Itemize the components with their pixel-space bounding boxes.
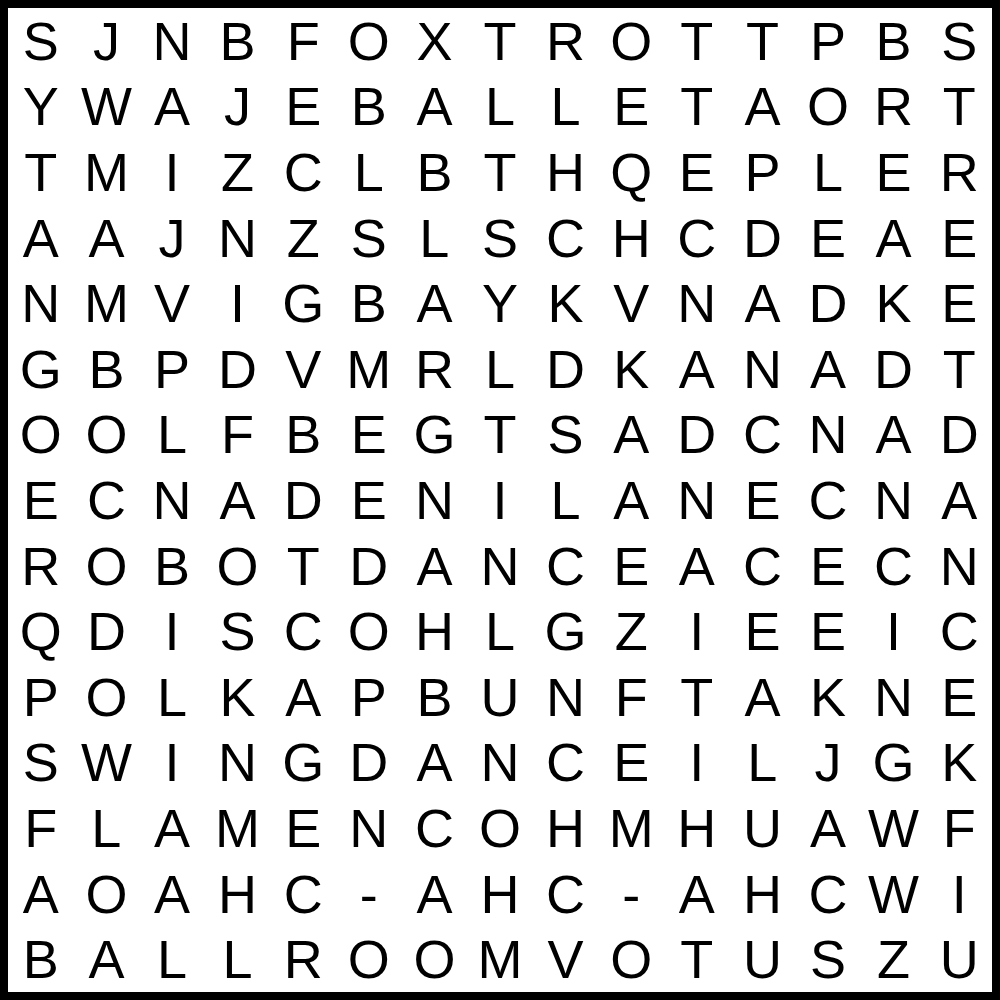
grid-cell[interactable]: T: [664, 8, 730, 74]
grid-cell[interactable]: D: [270, 467, 336, 533]
grid-cell[interactable]: I: [664, 598, 730, 664]
grid-cell[interactable]: C: [861, 533, 927, 599]
grid-cell[interactable]: O: [402, 926, 468, 992]
grid-cell[interactable]: A: [139, 795, 205, 861]
grid-cell[interactable]: C: [795, 861, 861, 927]
grid-cell[interactable]: E: [926, 205, 992, 271]
grid-cell[interactable]: A: [664, 533, 730, 599]
grid-cell[interactable]: E: [730, 467, 796, 533]
grid-cell[interactable]: B: [336, 74, 402, 140]
grid-cell[interactable]: E: [926, 270, 992, 336]
grid-cell[interactable]: E: [336, 402, 402, 468]
grid-cell[interactable]: C: [74, 467, 140, 533]
grid-cell[interactable]: F: [270, 8, 336, 74]
grid-cell[interactable]: M: [336, 336, 402, 402]
grid-cell[interactable]: B: [336, 270, 402, 336]
grid-cell[interactable]: H: [730, 861, 796, 927]
grid-cell[interactable]: L: [467, 598, 533, 664]
grid-cell[interactable]: E: [598, 730, 664, 796]
grid-cell[interactable]: A: [795, 795, 861, 861]
grid-cell[interactable]: W: [861, 861, 927, 927]
grid-cell[interactable]: V: [533, 926, 599, 992]
grid-cell[interactable]: L: [139, 926, 205, 992]
grid-cell[interactable]: C: [270, 861, 336, 927]
grid-cell[interactable]: T: [467, 8, 533, 74]
grid-cell[interactable]: E: [730, 598, 796, 664]
grid-cell[interactable]: A: [664, 861, 730, 927]
grid-cell[interactable]: V: [270, 336, 336, 402]
grid-cell[interactable]: L: [139, 664, 205, 730]
grid-cell[interactable]: I: [139, 598, 205, 664]
grid-cell[interactable]: B: [205, 8, 271, 74]
grid-cell[interactable]: O: [467, 795, 533, 861]
grid-cell[interactable]: O: [8, 402, 74, 468]
grid-cell[interactable]: O: [336, 8, 402, 74]
grid-cell[interactable]: S: [336, 205, 402, 271]
grid-cell[interactable]: S: [533, 402, 599, 468]
grid-cell[interactable]: A: [861, 205, 927, 271]
grid-cell[interactable]: M: [74, 270, 140, 336]
grid-cell[interactable]: Z: [270, 205, 336, 271]
grid-cell[interactable]: U: [730, 795, 796, 861]
grid-cell[interactable]: A: [598, 467, 664, 533]
grid-cell[interactable]: N: [402, 467, 468, 533]
grid-cell[interactable]: N: [730, 336, 796, 402]
grid-cell[interactable]: A: [139, 861, 205, 927]
grid-cell[interactable]: T: [664, 664, 730, 730]
grid-cell[interactable]: A: [861, 402, 927, 468]
grid-cell[interactable]: A: [205, 467, 271, 533]
grid-cell[interactable]: D: [926, 402, 992, 468]
grid-cell[interactable]: I: [205, 270, 271, 336]
grid-cell[interactable]: O: [74, 861, 140, 927]
grid-cell[interactable]: Y: [467, 270, 533, 336]
grid-cell[interactable]: L: [533, 467, 599, 533]
grid-cell[interactable]: K: [861, 270, 927, 336]
grid-cell[interactable]: A: [8, 861, 74, 927]
grid-cell[interactable]: I: [926, 861, 992, 927]
grid-cell[interactable]: U: [730, 926, 796, 992]
grid-cell[interactable]: F: [926, 795, 992, 861]
grid-cell[interactable]: O: [795, 74, 861, 140]
grid-cell[interactable]: A: [270, 664, 336, 730]
grid-cell[interactable]: X: [402, 8, 468, 74]
grid-cell[interactable]: I: [139, 730, 205, 796]
grid-cell[interactable]: T: [664, 74, 730, 140]
grid-cell[interactable]: M: [598, 795, 664, 861]
grid-cell[interactable]: G: [533, 598, 599, 664]
grid-cell[interactable]: C: [533, 205, 599, 271]
grid-cell[interactable]: G: [402, 402, 468, 468]
grid-cell[interactable]: P: [730, 139, 796, 205]
grid-cell[interactable]: A: [664, 336, 730, 402]
grid-cell[interactable]: T: [467, 139, 533, 205]
grid-cell[interactable]: A: [402, 861, 468, 927]
grid-cell[interactable]: T: [270, 533, 336, 599]
grid-cell[interactable]: L: [336, 139, 402, 205]
grid-cell[interactable]: A: [74, 926, 140, 992]
grid-cell[interactable]: H: [664, 795, 730, 861]
grid-cell[interactable]: Q: [598, 139, 664, 205]
grid-cell[interactable]: C: [533, 533, 599, 599]
grid-cell[interactable]: S: [8, 8, 74, 74]
grid-cell[interactable]: P: [336, 664, 402, 730]
grid-cell[interactable]: D: [74, 598, 140, 664]
grid-cell[interactable]: C: [926, 598, 992, 664]
letter-grid: SJNBFOXTROTTPBSYWAJEBALLETAORTTMIZCLBTHQ…: [8, 8, 992, 992]
grid-cell[interactable]: R: [270, 926, 336, 992]
grid-cell[interactable]: P: [8, 664, 74, 730]
grid-cell[interactable]: D: [664, 402, 730, 468]
grid-cell[interactable]: B: [8, 926, 74, 992]
grid-cell[interactable]: U: [467, 664, 533, 730]
grid-cell[interactable]: N: [336, 795, 402, 861]
grid-cell[interactable]: N: [467, 730, 533, 796]
grid-cell[interactable]: D: [336, 730, 402, 796]
grid-cell[interactable]: J: [205, 74, 271, 140]
grid-cell[interactable]: L: [467, 336, 533, 402]
grid-cell[interactable]: A: [730, 270, 796, 336]
grid-cell[interactable]: L: [205, 926, 271, 992]
grid-cell[interactable]: U: [926, 926, 992, 992]
grid-cell[interactable]: E: [861, 139, 927, 205]
grid-cell[interactable]: B: [402, 664, 468, 730]
grid-cell[interactable]: C: [533, 730, 599, 796]
grid-cell[interactable]: G: [8, 336, 74, 402]
grid-cell[interactable]: M: [205, 795, 271, 861]
grid-cell[interactable]: A: [730, 74, 796, 140]
grid-cell[interactable]: N: [664, 467, 730, 533]
grid-cell[interactable]: I: [139, 139, 205, 205]
grid-cell[interactable]: D: [795, 270, 861, 336]
grid-cell[interactable]: A: [402, 533, 468, 599]
grid-cell[interactable]: E: [795, 205, 861, 271]
grid-cell[interactable]: T: [8, 139, 74, 205]
grid-cell[interactable]: D: [533, 336, 599, 402]
grid-cell[interactable]: N: [205, 730, 271, 796]
word-search-board: SJNBFOXTROTTPBSYWAJEBALLETAORTTMIZCLBTHQ…: [0, 0, 1000, 1000]
grid-cell[interactable]: H: [533, 795, 599, 861]
grid-cell[interactable]: B: [270, 402, 336, 468]
grid-cell[interactable]: I: [861, 598, 927, 664]
grid-cell[interactable]: B: [139, 533, 205, 599]
grid-cell[interactable]: C: [270, 139, 336, 205]
grid-cell[interactable]: Z: [598, 598, 664, 664]
grid-cell[interactable]: L: [74, 795, 140, 861]
grid-cell[interactable]: B: [74, 336, 140, 402]
grid-cell[interactable]: C: [664, 205, 730, 271]
grid-cell[interactable]: H: [598, 205, 664, 271]
grid-cell[interactable]: A: [139, 74, 205, 140]
grid-cell[interactable]: E: [8, 467, 74, 533]
grid-cell[interactable]: E: [270, 74, 336, 140]
grid-cell[interactable]: M: [467, 926, 533, 992]
grid-cell[interactable]: D: [730, 205, 796, 271]
grid-cell[interactable]: T: [926, 74, 992, 140]
grid-cell[interactable]: J: [139, 205, 205, 271]
grid-cell[interactable]: E: [795, 533, 861, 599]
grid-cell[interactable]: H: [205, 861, 271, 927]
grid-cell[interactable]: I: [664, 730, 730, 796]
grid-cell[interactable]: C: [270, 598, 336, 664]
grid-cell[interactable]: A: [402, 730, 468, 796]
grid-cell[interactable]: E: [270, 795, 336, 861]
grid-cell[interactable]: H: [467, 861, 533, 927]
grid-cell[interactable]: G: [270, 730, 336, 796]
grid-cell[interactable]: V: [598, 270, 664, 336]
grid-cell[interactable]: -: [598, 861, 664, 927]
grid-cell[interactable]: L: [795, 139, 861, 205]
grid-cell[interactable]: C: [402, 795, 468, 861]
grid-cell[interactable]: A: [8, 205, 74, 271]
grid-cell[interactable]: W: [74, 730, 140, 796]
grid-cell[interactable]: K: [205, 664, 271, 730]
grid-cell[interactable]: K: [598, 336, 664, 402]
grid-cell[interactable]: E: [664, 139, 730, 205]
grid-cell[interactable]: O: [74, 402, 140, 468]
grid-cell[interactable]: S: [795, 926, 861, 992]
grid-cell[interactable]: R: [8, 533, 74, 599]
grid-cell[interactable]: O: [598, 926, 664, 992]
grid-cell[interactable]: R: [533, 8, 599, 74]
grid-cell[interactable]: O: [336, 926, 402, 992]
grid-cell[interactable]: N: [533, 664, 599, 730]
grid-cell[interactable]: C: [795, 467, 861, 533]
grid-cell[interactable]: F: [205, 402, 271, 468]
grid-cell[interactable]: Y: [8, 74, 74, 140]
grid-cell[interactable]: P: [795, 8, 861, 74]
grid-cell[interactable]: N: [861, 467, 927, 533]
grid-cell[interactable]: P: [139, 336, 205, 402]
grid-cell[interactable]: A: [926, 467, 992, 533]
grid-cell[interactable]: W: [74, 74, 140, 140]
grid-cell[interactable]: H: [533, 139, 599, 205]
grid-cell[interactable]: R: [926, 139, 992, 205]
grid-cell[interactable]: S: [926, 8, 992, 74]
grid-cell[interactable]: -: [336, 861, 402, 927]
grid-cell[interactable]: B: [861, 8, 927, 74]
grid-cell[interactable]: G: [861, 730, 927, 796]
grid-cell[interactable]: K: [795, 664, 861, 730]
grid-cell[interactable]: J: [795, 730, 861, 796]
grid-cell[interactable]: K: [533, 270, 599, 336]
grid-cell[interactable]: C: [730, 402, 796, 468]
grid-cell[interactable]: E: [926, 664, 992, 730]
grid-cell[interactable]: J: [74, 8, 140, 74]
grid-cell[interactable]: L: [730, 730, 796, 796]
grid-cell[interactable]: E: [795, 598, 861, 664]
grid-cell[interactable]: L: [402, 205, 468, 271]
grid-cell[interactable]: R: [402, 336, 468, 402]
grid-cell[interactable]: N: [664, 270, 730, 336]
grid-cell[interactable]: O: [74, 664, 140, 730]
grid-cell[interactable]: L: [467, 74, 533, 140]
grid-cell[interactable]: T: [926, 336, 992, 402]
grid-cell[interactable]: D: [336, 533, 402, 599]
grid-cell[interactable]: Z: [205, 139, 271, 205]
grid-cell[interactable]: T: [730, 8, 796, 74]
grid-cell[interactable]: M: [74, 139, 140, 205]
grid-cell[interactable]: C: [730, 533, 796, 599]
grid-cell[interactable]: S: [8, 730, 74, 796]
grid-cell[interactable]: E: [336, 467, 402, 533]
grid-cell[interactable]: R: [861, 74, 927, 140]
grid-cell[interactable]: A: [598, 402, 664, 468]
grid-cell[interactable]: N: [139, 467, 205, 533]
grid-cell[interactable]: A: [74, 205, 140, 271]
grid-cell[interactable]: F: [598, 664, 664, 730]
grid-cell[interactable]: D: [205, 336, 271, 402]
grid-cell[interactable]: S: [205, 598, 271, 664]
grid-cell[interactable]: N: [467, 533, 533, 599]
grid-cell[interactable]: B: [402, 139, 468, 205]
grid-cell[interactable]: N: [8, 270, 74, 336]
grid-cell[interactable]: H: [402, 598, 468, 664]
grid-cell[interactable]: L: [533, 74, 599, 140]
grid-cell[interactable]: L: [139, 402, 205, 468]
grid-cell[interactable]: V: [139, 270, 205, 336]
grid-cell[interactable]: E: [598, 74, 664, 140]
grid-cell[interactable]: A: [795, 336, 861, 402]
grid-cell[interactable]: A: [730, 664, 796, 730]
grid-cell[interactable]: A: [402, 270, 468, 336]
grid-cell[interactable]: N: [205, 205, 271, 271]
grid-cell[interactable]: O: [336, 598, 402, 664]
grid-cell[interactable]: T: [664, 926, 730, 992]
grid-cell[interactable]: Z: [861, 926, 927, 992]
grid-cell[interactable]: N: [795, 402, 861, 468]
grid-cell[interactable]: C: [533, 861, 599, 927]
grid-cell[interactable]: O: [74, 533, 140, 599]
grid-cell[interactable]: F: [8, 795, 74, 861]
grid-cell[interactable]: N: [139, 8, 205, 74]
grid-cell[interactable]: W: [861, 795, 927, 861]
grid-cell[interactable]: A: [402, 74, 468, 140]
grid-cell[interactable]: N: [861, 664, 927, 730]
grid-cell[interactable]: I: [467, 467, 533, 533]
grid-cell[interactable]: T: [467, 402, 533, 468]
grid-cell[interactable]: E: [598, 533, 664, 599]
grid-cell[interactable]: N: [926, 533, 992, 599]
grid-cell[interactable]: S: [467, 205, 533, 271]
grid-cell[interactable]: O: [598, 8, 664, 74]
grid-cell[interactable]: Q: [8, 598, 74, 664]
grid-cell[interactable]: K: [926, 730, 992, 796]
grid-cell[interactable]: D: [861, 336, 927, 402]
grid-cell[interactable]: O: [205, 533, 271, 599]
grid-cell[interactable]: G: [270, 270, 336, 336]
